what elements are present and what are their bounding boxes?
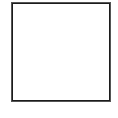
- file-labels: [13, 103, 109, 115]
- rank-labels: [0, 4, 10, 100]
- board: [12, 3, 110, 101]
- chess-board-diagram: [0, 0, 118, 118]
